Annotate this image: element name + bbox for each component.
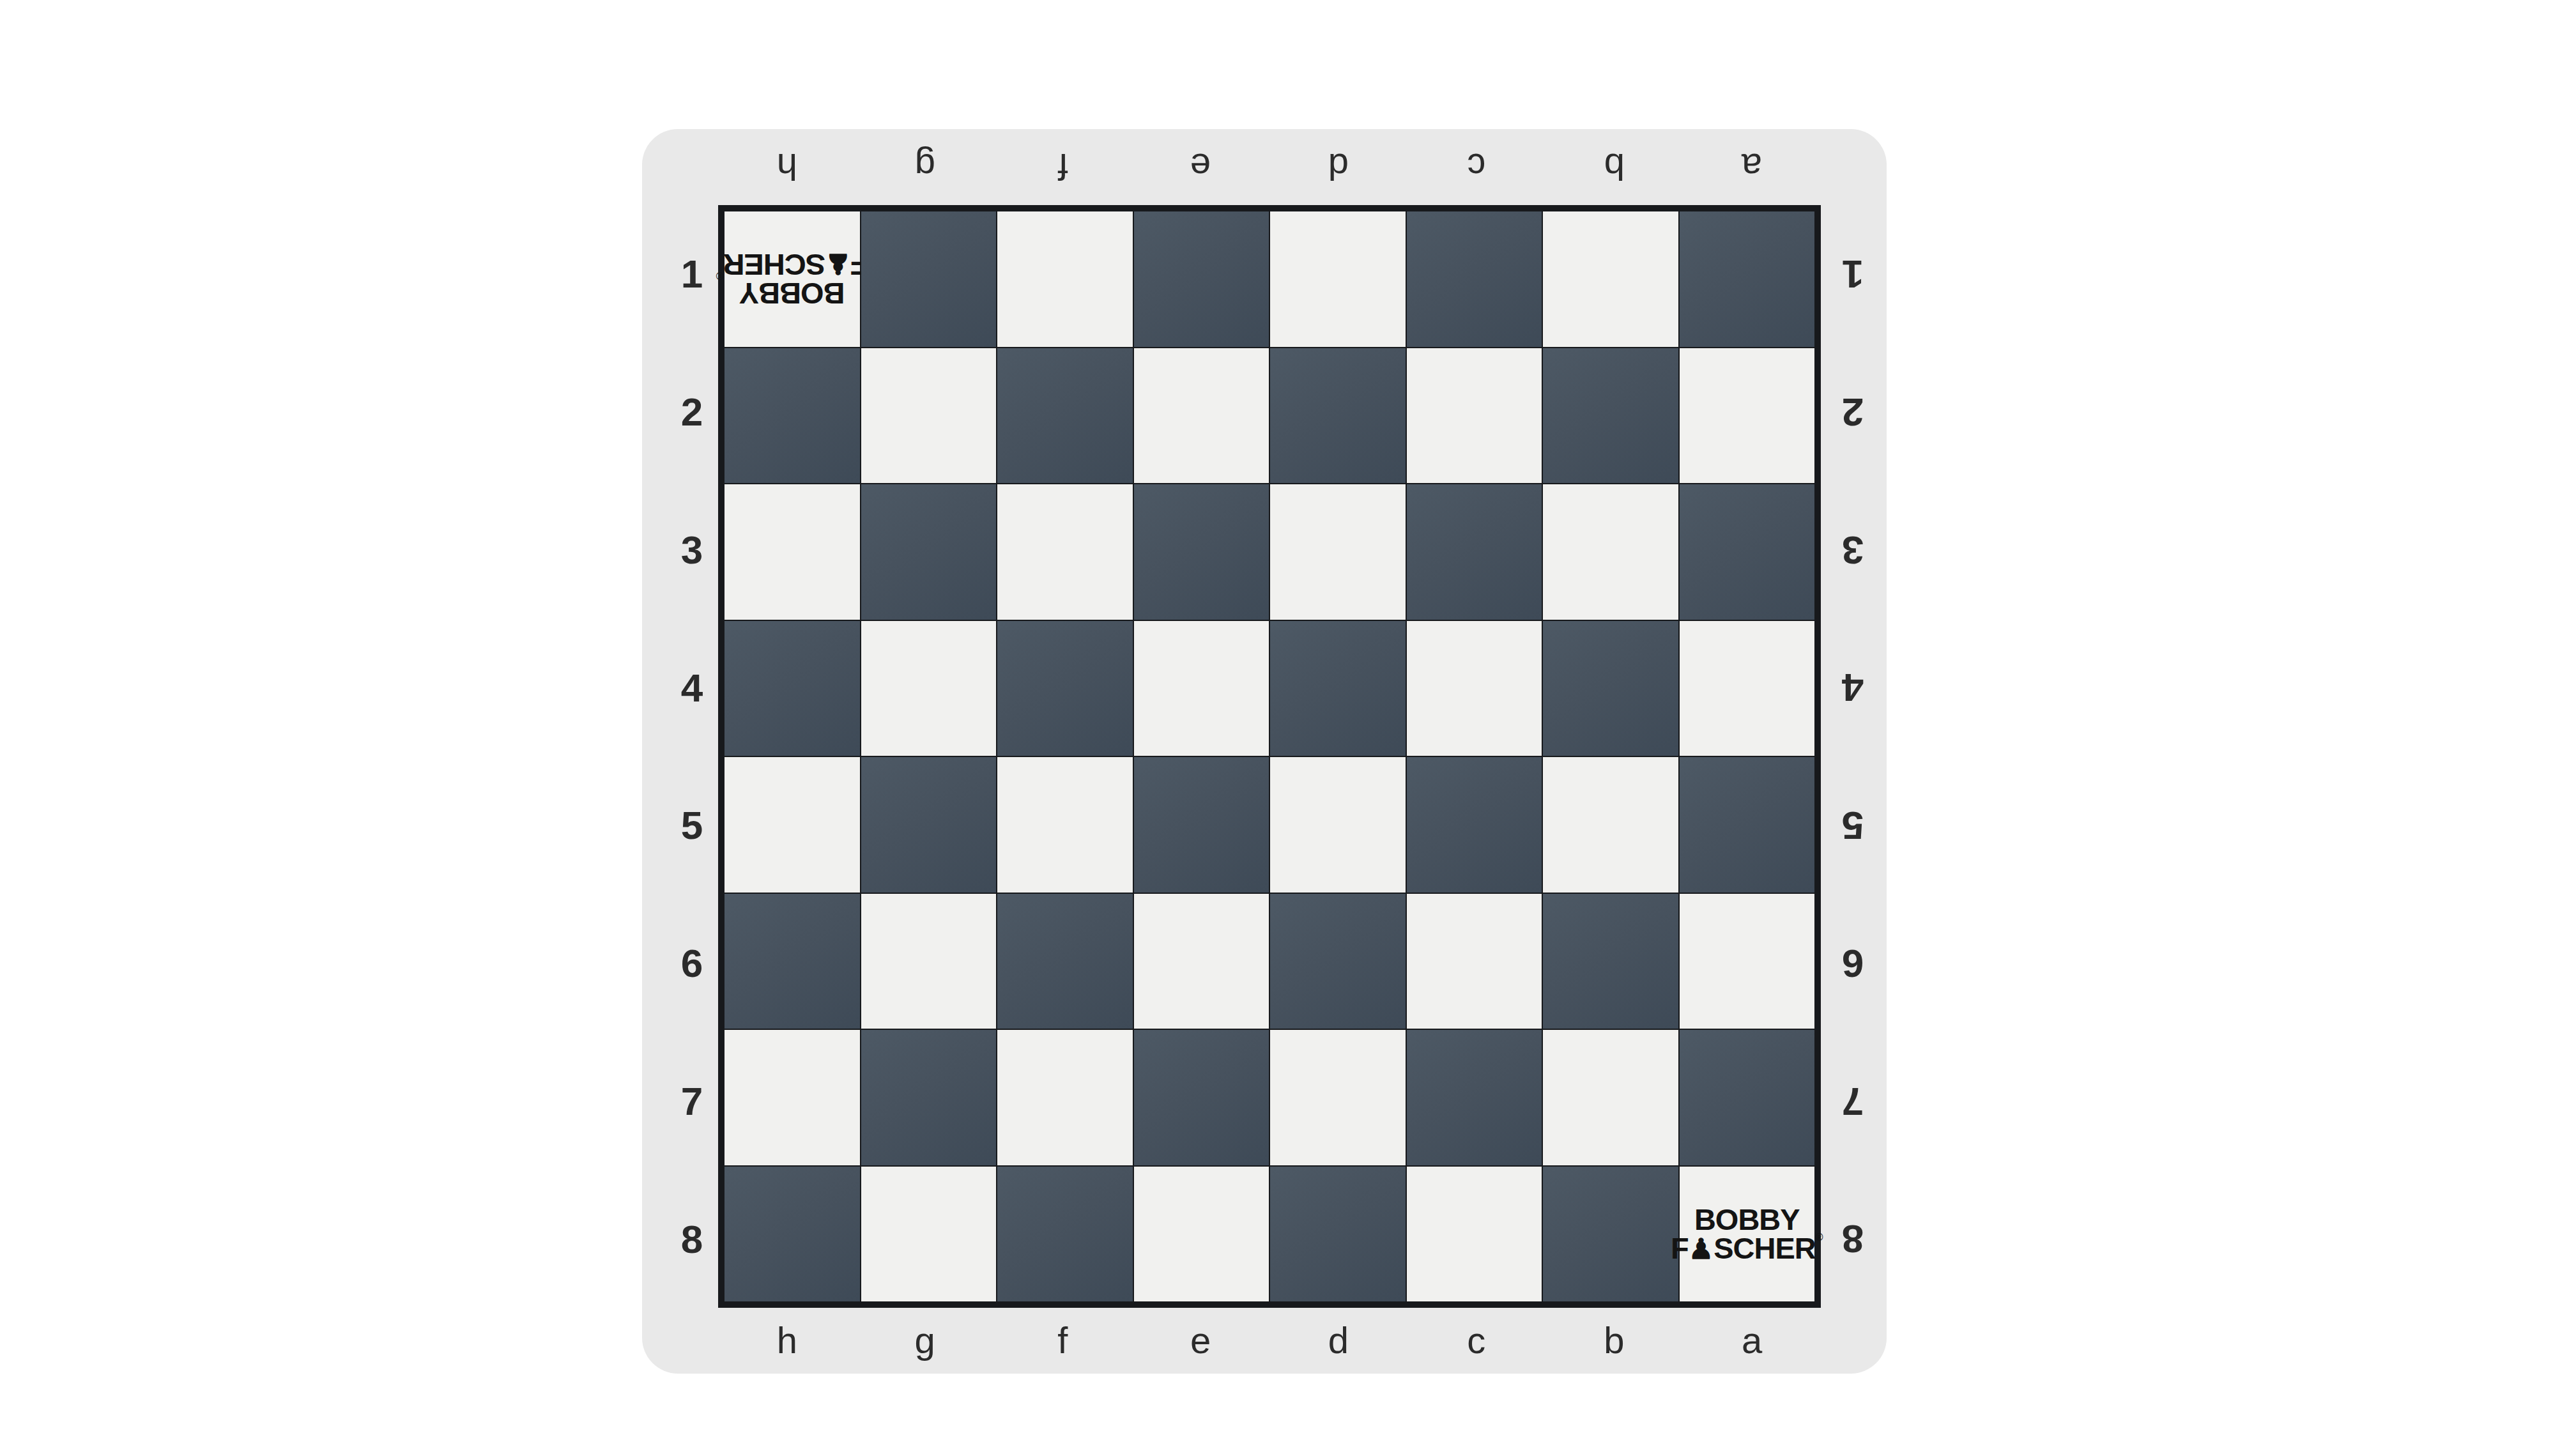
rank-label-right-4: 4 — [1821, 618, 1885, 756]
file-label-top-b: b — [1545, 134, 1683, 201]
rank-label-right-8: 8 — [1821, 1170, 1885, 1308]
file-label-bottom-h: h — [718, 1308, 856, 1372]
file-label-bottom-b: b — [1545, 1308, 1683, 1372]
rank-label-right-7: 7 — [1821, 1032, 1885, 1170]
square-c2 — [1407, 348, 1542, 484]
square-f5 — [997, 757, 1133, 893]
square-f3 — [997, 484, 1133, 620]
rank-label-right-2: 2 — [1821, 343, 1885, 481]
square-d3 — [1270, 484, 1406, 620]
square-f2 — [997, 348, 1133, 484]
square-a4 — [1680, 621, 1815, 756]
file-labels-top: hgfedcba — [718, 134, 1821, 201]
square-b8 — [1543, 1167, 1678, 1302]
pawn-icon: ♟ — [1689, 1233, 1713, 1264]
square-e2 — [1134, 348, 1269, 484]
square-h1: BOBBYF♟SCHER® — [724, 211, 860, 347]
square-c8 — [1407, 1167, 1542, 1302]
file-label-top-c: c — [1407, 134, 1545, 201]
bobby-fischer-logo: BOBBYF♟SCHER® — [716, 250, 869, 307]
rank-label-right-1: 1 — [1821, 205, 1885, 343]
file-label-top-f: f — [994, 134, 1132, 201]
rank-label-left-5: 5 — [659, 756, 725, 894]
square-c4 — [1407, 621, 1542, 756]
file-label-top-h: h — [718, 134, 856, 201]
square-d2 — [1270, 348, 1406, 484]
registered-mark: ® — [1816, 1232, 1823, 1243]
square-e1 — [1134, 211, 1269, 347]
square-e4 — [1134, 621, 1269, 756]
square-c6 — [1407, 894, 1542, 1029]
square-g1 — [861, 211, 997, 347]
square-g6 — [861, 894, 997, 1029]
file-labels-bottom: hgfedcba — [718, 1308, 1821, 1372]
square-e8 — [1134, 1167, 1269, 1302]
square-b5 — [1543, 757, 1678, 893]
rank-label-right-3: 3 — [1821, 481, 1885, 619]
file-label-bottom-c: c — [1407, 1308, 1545, 1372]
square-f6 — [997, 894, 1133, 1029]
square-d5 — [1270, 757, 1406, 893]
file-label-bottom-g: g — [856, 1308, 994, 1372]
square-h5 — [724, 757, 860, 893]
logo-line1: BOBBY — [716, 280, 869, 307]
file-label-top-d: d — [1269, 134, 1407, 201]
rank-label-left-6: 6 — [659, 894, 725, 1032]
square-e5 — [1134, 757, 1269, 893]
rank-label-right-6: 6 — [1821, 894, 1885, 1032]
square-f1 — [997, 211, 1133, 347]
square-b4 — [1543, 621, 1678, 756]
square-c5 — [1407, 757, 1542, 893]
file-label-top-g: g — [856, 134, 994, 201]
square-c7 — [1407, 1030, 1542, 1165]
square-a5 — [1680, 757, 1815, 893]
square-g3 — [861, 484, 997, 620]
square-c3 — [1407, 484, 1542, 620]
rank-label-left-8: 8 — [659, 1170, 725, 1308]
file-label-bottom-f: f — [994, 1308, 1132, 1372]
square-g7 — [861, 1030, 997, 1165]
logo-line2: F♟SCHER® — [716, 250, 869, 279]
chessboard: BOBBYF♟SCHER®BOBBYF♟SCHER® — [718, 205, 1821, 1308]
square-e3 — [1134, 484, 1269, 620]
square-a6 — [1680, 894, 1815, 1029]
square-a3 — [1680, 484, 1815, 620]
square-d1 — [1270, 211, 1406, 347]
rank-labels-left: 12345678 — [659, 205, 725, 1308]
square-h8 — [724, 1167, 860, 1302]
square-h2 — [724, 348, 860, 484]
square-a8: BOBBYF♟SCHER® — [1680, 1167, 1815, 1302]
file-label-top-e: e — [1131, 134, 1269, 201]
square-g4 — [861, 621, 997, 756]
square-d7 — [1270, 1030, 1406, 1165]
square-d8 — [1270, 1167, 1406, 1302]
rank-labels-right: 12345678 — [1821, 205, 1885, 1308]
file-label-bottom-d: d — [1269, 1308, 1407, 1372]
square-f7 — [997, 1030, 1133, 1165]
rank-label-left-3: 3 — [659, 481, 725, 619]
rank-label-left-7: 7 — [659, 1032, 725, 1170]
logo-line2: F♟SCHER® — [1671, 1233, 1823, 1262]
square-d6 — [1270, 894, 1406, 1029]
square-g2 — [861, 348, 997, 484]
rank-label-left-1: 1 — [659, 205, 725, 343]
square-d4 — [1270, 621, 1406, 756]
square-b2 — [1543, 348, 1678, 484]
file-label-bottom-e: e — [1131, 1308, 1269, 1372]
logo-line1: BOBBY — [1671, 1206, 1823, 1233]
square-e7 — [1134, 1030, 1269, 1165]
square-b6 — [1543, 894, 1678, 1029]
square-h7 — [724, 1030, 860, 1165]
square-h4 — [724, 621, 860, 756]
square-a7 — [1680, 1030, 1815, 1165]
square-f8 — [997, 1167, 1133, 1302]
rank-label-left-2: 2 — [659, 343, 725, 481]
square-b7 — [1543, 1030, 1678, 1165]
square-h3 — [724, 484, 860, 620]
square-a1 — [1680, 211, 1815, 347]
square-c1 — [1407, 211, 1542, 347]
square-b3 — [1543, 484, 1678, 620]
square-f4 — [997, 621, 1133, 756]
rank-label-left-4: 4 — [659, 618, 725, 756]
file-label-bottom-a: a — [1683, 1308, 1821, 1372]
square-e6 — [1134, 894, 1269, 1029]
square-b1 — [1543, 211, 1678, 347]
square-g5 — [861, 757, 997, 893]
square-a2 — [1680, 348, 1815, 484]
registered-mark: ® — [716, 270, 724, 281]
file-label-top-a: a — [1683, 134, 1821, 201]
bobby-fischer-logo: BOBBYF♟SCHER® — [1671, 1206, 1823, 1262]
chessboard-mat: hgfedcba hgfedcba 12345678 12345678 BOBB… — [642, 129, 1887, 1374]
square-h6 — [724, 894, 860, 1029]
rank-label-right-5: 5 — [1821, 756, 1885, 894]
square-g8 — [861, 1167, 997, 1302]
pawn-icon: ♟ — [825, 249, 850, 280]
